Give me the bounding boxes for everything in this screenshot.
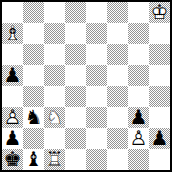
square-d7[interactable] bbox=[65, 23, 86, 44]
square-b1[interactable]: ♝ bbox=[23, 149, 44, 170]
square-e7[interactable] bbox=[86, 23, 107, 44]
square-c6[interactable] bbox=[44, 44, 65, 65]
square-h1[interactable] bbox=[149, 149, 170, 170]
white-pawn: ♙ bbox=[128, 128, 149, 149]
square-g6[interactable] bbox=[128, 44, 149, 65]
square-g5[interactable] bbox=[128, 65, 149, 86]
black-bishop: ♝ bbox=[23, 149, 44, 170]
square-f2[interactable] bbox=[107, 128, 128, 149]
square-e2[interactable] bbox=[86, 128, 107, 149]
white-king: ♔ bbox=[149, 2, 170, 23]
square-d6[interactable] bbox=[65, 44, 86, 65]
white-knight: ♘ bbox=[44, 107, 65, 128]
square-d5[interactable] bbox=[65, 65, 86, 86]
square-a7[interactable]: ♝♗ bbox=[2, 23, 23, 44]
chess-board: ♚♔♝♗♟♟♙♞♞♘♟♟♟♙♟♚♝♜♖ bbox=[2, 2, 170, 170]
square-g1[interactable] bbox=[128, 149, 149, 170]
square-f5[interactable] bbox=[107, 65, 128, 86]
square-a5[interactable]: ♟ bbox=[2, 65, 23, 86]
square-h6[interactable] bbox=[149, 44, 170, 65]
square-b6[interactable] bbox=[23, 44, 44, 65]
square-f3[interactable] bbox=[107, 107, 128, 128]
square-d4[interactable] bbox=[65, 86, 86, 107]
square-c7[interactable] bbox=[44, 23, 65, 44]
square-c4[interactable] bbox=[44, 86, 65, 107]
square-h3[interactable] bbox=[149, 107, 170, 128]
square-e4[interactable] bbox=[86, 86, 107, 107]
square-f8[interactable] bbox=[107, 2, 128, 23]
square-f1[interactable] bbox=[107, 149, 128, 170]
black-pawn: ♟ bbox=[128, 107, 149, 128]
square-g4[interactable] bbox=[128, 86, 149, 107]
square-b5[interactable] bbox=[23, 65, 44, 86]
square-c5[interactable] bbox=[44, 65, 65, 86]
square-c3[interactable]: ♞♘ bbox=[44, 107, 65, 128]
square-f6[interactable] bbox=[107, 44, 128, 65]
square-d3[interactable] bbox=[65, 107, 86, 128]
square-g8[interactable] bbox=[128, 2, 149, 23]
square-e5[interactable] bbox=[86, 65, 107, 86]
chess-board-frame: ♚♔♝♗♟♟♙♞♞♘♟♟♟♙♟♚♝♜♖ bbox=[0, 0, 172, 172]
square-a8[interactable] bbox=[2, 2, 23, 23]
square-f4[interactable] bbox=[107, 86, 128, 107]
square-h2[interactable]: ♟ bbox=[149, 128, 170, 149]
black-king: ♚ bbox=[2, 149, 23, 170]
black-pawn: ♟ bbox=[2, 65, 23, 86]
white-pawn: ♙ bbox=[2, 107, 23, 128]
square-e8[interactable] bbox=[86, 2, 107, 23]
square-a4[interactable] bbox=[2, 86, 23, 107]
square-h7[interactable] bbox=[149, 23, 170, 44]
white-bishop: ♗ bbox=[2, 23, 23, 44]
square-b8[interactable] bbox=[23, 2, 44, 23]
square-d2[interactable] bbox=[65, 128, 86, 149]
square-e1[interactable] bbox=[86, 149, 107, 170]
square-g3[interactable]: ♟ bbox=[128, 107, 149, 128]
square-b7[interactable] bbox=[23, 23, 44, 44]
square-c8[interactable] bbox=[44, 2, 65, 23]
square-h4[interactable] bbox=[149, 86, 170, 107]
white-rook: ♖ bbox=[44, 149, 65, 170]
square-a1[interactable]: ♚ bbox=[2, 149, 23, 170]
square-c1[interactable]: ♜♖ bbox=[44, 149, 65, 170]
black-knight: ♞ bbox=[23, 107, 44, 128]
black-pawn: ♟ bbox=[149, 128, 170, 149]
square-d1[interactable] bbox=[65, 149, 86, 170]
square-e3[interactable] bbox=[86, 107, 107, 128]
square-a6[interactable] bbox=[2, 44, 23, 65]
square-f7[interactable] bbox=[107, 23, 128, 44]
square-b4[interactable] bbox=[23, 86, 44, 107]
square-g7[interactable] bbox=[128, 23, 149, 44]
square-d8[interactable] bbox=[65, 2, 86, 23]
square-e6[interactable] bbox=[86, 44, 107, 65]
black-pawn: ♟ bbox=[2, 128, 23, 149]
square-a2[interactable]: ♟ bbox=[2, 128, 23, 149]
square-h5[interactable] bbox=[149, 65, 170, 86]
square-h8[interactable]: ♚♔ bbox=[149, 2, 170, 23]
square-c2[interactable] bbox=[44, 128, 65, 149]
square-b3[interactable]: ♞ bbox=[23, 107, 44, 128]
square-a3[interactable]: ♟♙ bbox=[2, 107, 23, 128]
square-g2[interactable]: ♟♙ bbox=[128, 128, 149, 149]
square-b2[interactable] bbox=[23, 128, 44, 149]
